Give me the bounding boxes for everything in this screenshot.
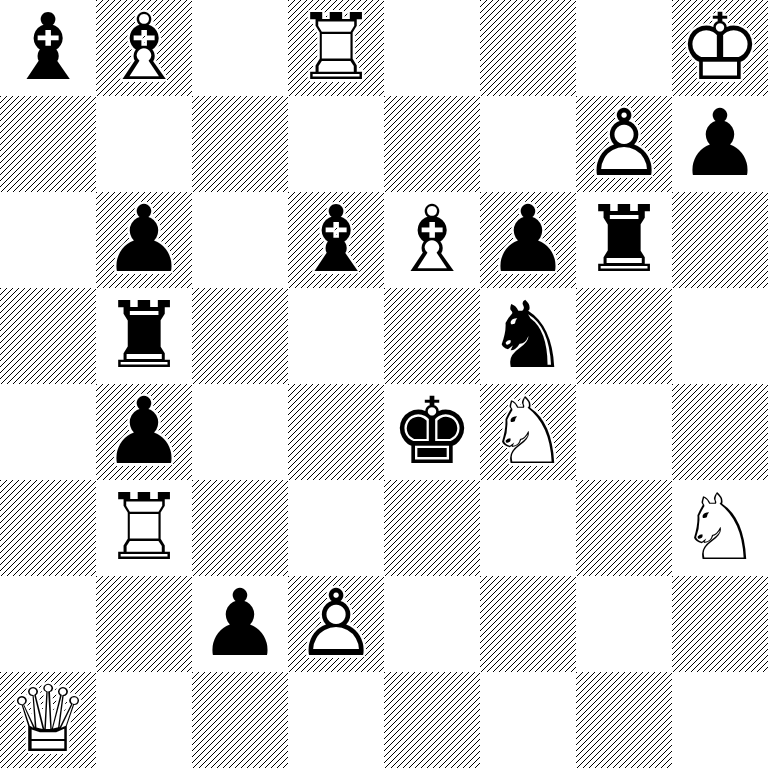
piece-white-rook[interactable]: ♜♖	[288, 0, 384, 96]
square-c6[interactable]	[192, 192, 288, 288]
piece-white-knight[interactable]: ♞♘	[480, 384, 576, 480]
white-king-outline-glyph: ♔	[672, 0, 768, 96]
black-knight-glyph: ♞	[480, 288, 576, 384]
square-d5[interactable]	[288, 288, 384, 384]
piece-white-pawn[interactable]: ♟♙	[576, 96, 672, 192]
piece-black-king[interactable]: ♚	[384, 384, 480, 480]
square-c1[interactable]	[192, 672, 288, 768]
square-g4[interactable]	[576, 384, 672, 480]
square-g2[interactable]	[576, 576, 672, 672]
square-h3[interactable]: ♞♘	[672, 480, 768, 576]
piece-black-knight[interactable]: ♞	[480, 288, 576, 384]
square-e7[interactable]	[384, 96, 480, 192]
square-c5[interactable]	[192, 288, 288, 384]
square-a2[interactable]	[0, 576, 96, 672]
square-e8[interactable]	[384, 0, 480, 96]
white-pawn-outline-glyph: ♙	[288, 576, 384, 672]
white-bishop-outline-glyph: ♗	[384, 192, 480, 288]
square-b5[interactable]: ♜	[96, 288, 192, 384]
black-rook-glyph: ♜	[576, 192, 672, 288]
square-f6[interactable]: ♟	[480, 192, 576, 288]
square-b6[interactable]: ♟	[96, 192, 192, 288]
piece-white-queen[interactable]: ♛♕	[0, 672, 96, 768]
white-knight-outline-glyph: ♘	[672, 480, 768, 576]
piece-black-rook[interactable]: ♜	[576, 192, 672, 288]
piece-white-king[interactable]: ♚♔	[672, 0, 768, 96]
square-h6[interactable]	[672, 192, 768, 288]
piece-black-pawn[interactable]: ♟	[192, 576, 288, 672]
square-d4[interactable]	[288, 384, 384, 480]
square-e6[interactable]: ♝♗	[384, 192, 480, 288]
square-d8[interactable]: ♜♖	[288, 0, 384, 96]
square-g5[interactable]	[576, 288, 672, 384]
square-f1[interactable]	[480, 672, 576, 768]
white-bishop-outline-glyph: ♗	[96, 0, 192, 96]
square-b7[interactable]	[96, 96, 192, 192]
square-a1[interactable]: ♛♕	[0, 672, 96, 768]
piece-black-pawn[interactable]: ♟	[480, 192, 576, 288]
square-e5[interactable]	[384, 288, 480, 384]
white-knight-outline-glyph: ♘	[480, 384, 576, 480]
square-d3[interactable]	[288, 480, 384, 576]
piece-white-knight[interactable]: ♞♘	[672, 480, 768, 576]
square-b1[interactable]	[96, 672, 192, 768]
square-d1[interactable]	[288, 672, 384, 768]
square-b2[interactable]	[96, 576, 192, 672]
square-f8[interactable]	[480, 0, 576, 96]
square-f5[interactable]: ♞	[480, 288, 576, 384]
piece-black-rook[interactable]: ♜	[96, 288, 192, 384]
black-pawn-glyph: ♟	[96, 192, 192, 288]
square-c4[interactable]	[192, 384, 288, 480]
piece-black-pawn[interactable]: ♟	[96, 384, 192, 480]
piece-white-bishop[interactable]: ♝♗	[384, 192, 480, 288]
black-pawn-glyph: ♟	[192, 576, 288, 672]
white-rook-outline-glyph: ♖	[96, 480, 192, 576]
square-f7[interactable]	[480, 96, 576, 192]
black-bishop-glyph: ♝	[0, 0, 96, 96]
square-c3[interactable]	[192, 480, 288, 576]
black-bishop-glyph: ♝	[288, 192, 384, 288]
square-d7[interactable]	[288, 96, 384, 192]
square-a6[interactable]	[0, 192, 96, 288]
white-pawn-outline-glyph: ♙	[576, 96, 672, 192]
black-king-glyph: ♚	[384, 384, 480, 480]
white-rook-outline-glyph: ♖	[288, 0, 384, 96]
square-g7[interactable]: ♟♙	[576, 96, 672, 192]
black-pawn-glyph: ♟	[672, 96, 768, 192]
square-h1[interactable]	[672, 672, 768, 768]
white-queen-outline-glyph: ♕	[0, 672, 96, 768]
square-b4[interactable]: ♟	[96, 384, 192, 480]
square-f3[interactable]	[480, 480, 576, 576]
square-h8[interactable]: ♚♔	[672, 0, 768, 96]
piece-black-pawn[interactable]: ♟	[96, 192, 192, 288]
square-b3[interactable]: ♜♖	[96, 480, 192, 576]
square-h7[interactable]: ♟	[672, 96, 768, 192]
piece-white-rook[interactable]: ♜♖	[96, 480, 192, 576]
square-a8[interactable]: ♝	[0, 0, 96, 96]
square-f2[interactable]	[480, 576, 576, 672]
square-g1[interactable]	[576, 672, 672, 768]
piece-white-pawn[interactable]: ♟♙	[288, 576, 384, 672]
black-pawn-glyph: ♟	[480, 192, 576, 288]
square-e2[interactable]	[384, 576, 480, 672]
square-a7[interactable]	[0, 96, 96, 192]
square-h4[interactable]	[672, 384, 768, 480]
piece-black-bishop[interactable]: ♝	[288, 192, 384, 288]
square-c8[interactable]	[192, 0, 288, 96]
piece-black-bishop[interactable]: ♝	[0, 0, 96, 96]
square-h2[interactable]	[672, 576, 768, 672]
square-b8[interactable]: ♝♗	[96, 0, 192, 96]
square-g8[interactable]	[576, 0, 672, 96]
square-e1[interactable]	[384, 672, 480, 768]
square-a5[interactable]	[0, 288, 96, 384]
square-c2[interactable]: ♟	[192, 576, 288, 672]
square-a3[interactable]	[0, 480, 96, 576]
chess-board: ♝♝♗♜♖♚♔♟♙♟♟♝♝♗♟♜♜♞♟♚♞♘♜♖♞♘♟♟♙♛♕	[0, 0, 768, 768]
square-e3[interactable]	[384, 480, 480, 576]
square-c7[interactable]	[192, 96, 288, 192]
square-a4[interactable]	[0, 384, 96, 480]
piece-white-bishop[interactable]: ♝♗	[96, 0, 192, 96]
black-rook-glyph: ♜	[96, 288, 192, 384]
square-g6[interactable]: ♜	[576, 192, 672, 288]
square-d2[interactable]: ♟♙	[288, 576, 384, 672]
square-h5[interactable]	[672, 288, 768, 384]
square-f4[interactable]: ♞♘	[480, 384, 576, 480]
square-e4[interactable]: ♚	[384, 384, 480, 480]
piece-black-pawn[interactable]: ♟	[672, 96, 768, 192]
square-d6[interactable]: ♝	[288, 192, 384, 288]
square-g3[interactable]	[576, 480, 672, 576]
black-pawn-glyph: ♟	[96, 384, 192, 480]
